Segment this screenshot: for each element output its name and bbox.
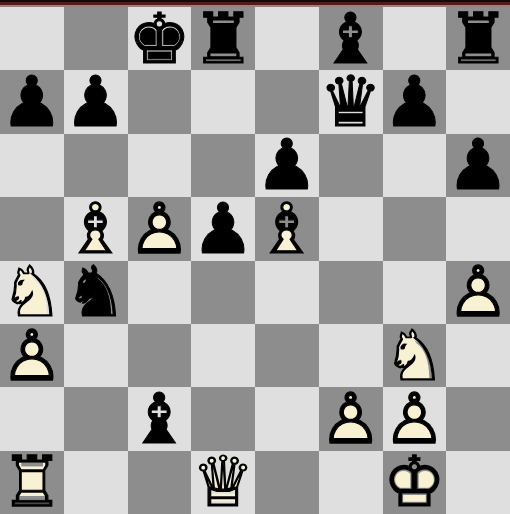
square-h6[interactable]: ♟ <box>446 134 510 197</box>
white-pawn-outline-icon: ♙ <box>0 324 64 387</box>
black-pawn-icon: ♟ <box>383 70 447 133</box>
black-queen[interactable]: ♛ <box>319 70 383 133</box>
square-c1[interactable] <box>128 451 192 514</box>
black-king-icon: ♚ <box>128 7 192 70</box>
square-g6[interactable] <box>383 134 447 197</box>
white-king[interactable]: ♚♔ <box>383 451 447 514</box>
black-knight[interactable]: ♞ <box>64 261 128 324</box>
square-c5[interactable]: ♟♙ <box>128 197 192 260</box>
square-c8[interactable]: ♚ <box>128 7 192 70</box>
black-rook-icon: ♜ <box>191 7 255 70</box>
square-a1[interactable]: ♜♖ <box>0 451 64 514</box>
square-g5[interactable] <box>383 197 447 260</box>
square-e2[interactable] <box>255 387 319 450</box>
square-f5[interactable] <box>319 197 383 260</box>
square-b7[interactable]: ♟ <box>64 70 128 133</box>
white-rook-outline-icon: ♖ <box>0 451 64 514</box>
square-h2[interactable] <box>446 387 510 450</box>
square-d7[interactable] <box>191 70 255 133</box>
white-pawn-outline-icon: ♙ <box>128 197 192 260</box>
black-bishop[interactable]: ♝ <box>128 387 192 450</box>
chess-window: ♚♜♝♜♟♟♛♟♟♟♝♗♟♙♟♝♗♞♘♞♟♙♟♙♞♘♝♟♙♟♙♜♖♛♕♚♔ <box>0 0 510 514</box>
white-king-outline-icon: ♔ <box>383 451 447 514</box>
square-d8[interactable]: ♜ <box>191 7 255 70</box>
square-e8[interactable] <box>255 7 319 70</box>
square-h3[interactable] <box>446 324 510 387</box>
white-pawn-outline-icon: ♙ <box>446 261 510 324</box>
white-bishop[interactable]: ♝♗ <box>255 197 319 260</box>
square-f7[interactable]: ♛ <box>319 70 383 133</box>
black-pawn-icon: ♟ <box>64 70 128 133</box>
square-b2[interactable] <box>64 387 128 450</box>
white-pawn[interactable]: ♟♙ <box>319 387 383 450</box>
black-king[interactable]: ♚ <box>128 7 192 70</box>
square-d3[interactable] <box>191 324 255 387</box>
white-pawn-outline-icon: ♙ <box>319 387 383 450</box>
white-queen[interactable]: ♛♕ <box>191 451 255 514</box>
square-e1[interactable] <box>255 451 319 514</box>
white-pawn[interactable]: ♟♙ <box>128 197 192 260</box>
black-pawn[interactable]: ♟ <box>446 134 510 197</box>
square-d5[interactable]: ♟ <box>191 197 255 260</box>
square-f6[interactable] <box>319 134 383 197</box>
square-d4[interactable] <box>191 261 255 324</box>
black-queen-icon: ♛ <box>319 70 383 133</box>
white-pawn[interactable]: ♟♙ <box>446 261 510 324</box>
white-rook[interactable]: ♜♖ <box>0 451 64 514</box>
square-g1[interactable]: ♚♔ <box>383 451 447 514</box>
black-pawn-icon: ♟ <box>446 134 510 197</box>
square-e4[interactable] <box>255 261 319 324</box>
chess-board: ♚♜♝♜♟♟♛♟♟♟♝♗♟♙♟♝♗♞♘♞♟♙♟♙♞♘♝♟♙♟♙♜♖♛♕♚♔ <box>0 7 510 514</box>
square-e3[interactable] <box>255 324 319 387</box>
window-top-edge <box>0 0 510 7</box>
black-pawn-icon: ♟ <box>0 70 64 133</box>
black-rook[interactable]: ♜ <box>446 7 510 70</box>
square-c2[interactable]: ♝ <box>128 387 192 450</box>
black-rook-icon: ♜ <box>446 7 510 70</box>
square-a7[interactable]: ♟ <box>0 70 64 133</box>
square-c4[interactable] <box>128 261 192 324</box>
square-h4[interactable]: ♟♙ <box>446 261 510 324</box>
square-d1[interactable]: ♛♕ <box>191 451 255 514</box>
square-f1[interactable] <box>319 451 383 514</box>
black-pawn[interactable]: ♟ <box>64 70 128 133</box>
square-e5[interactable]: ♝♗ <box>255 197 319 260</box>
black-pawn[interactable]: ♟ <box>191 197 255 260</box>
square-a6[interactable] <box>0 134 64 197</box>
square-h1[interactable] <box>446 451 510 514</box>
square-b1[interactable] <box>64 451 128 514</box>
white-bishop-outline-icon: ♗ <box>255 197 319 260</box>
black-pawn[interactable]: ♟ <box>383 70 447 133</box>
square-f4[interactable] <box>319 261 383 324</box>
black-pawn-icon: ♟ <box>191 197 255 260</box>
square-a3[interactable]: ♟♙ <box>0 324 64 387</box>
square-g7[interactable]: ♟ <box>383 70 447 133</box>
white-queen-outline-icon: ♕ <box>191 451 255 514</box>
black-knight-icon: ♞ <box>64 261 128 324</box>
square-f2[interactable]: ♟♙ <box>319 387 383 450</box>
white-pawn[interactable]: ♟♙ <box>0 324 64 387</box>
black-rook[interactable]: ♜ <box>191 7 255 70</box>
square-c7[interactable] <box>128 70 192 133</box>
black-pawn[interactable]: ♟ <box>0 70 64 133</box>
square-h8[interactable]: ♜ <box>446 7 510 70</box>
square-b4[interactable]: ♞ <box>64 261 128 324</box>
square-b3[interactable] <box>64 324 128 387</box>
black-bishop-icon: ♝ <box>128 387 192 450</box>
